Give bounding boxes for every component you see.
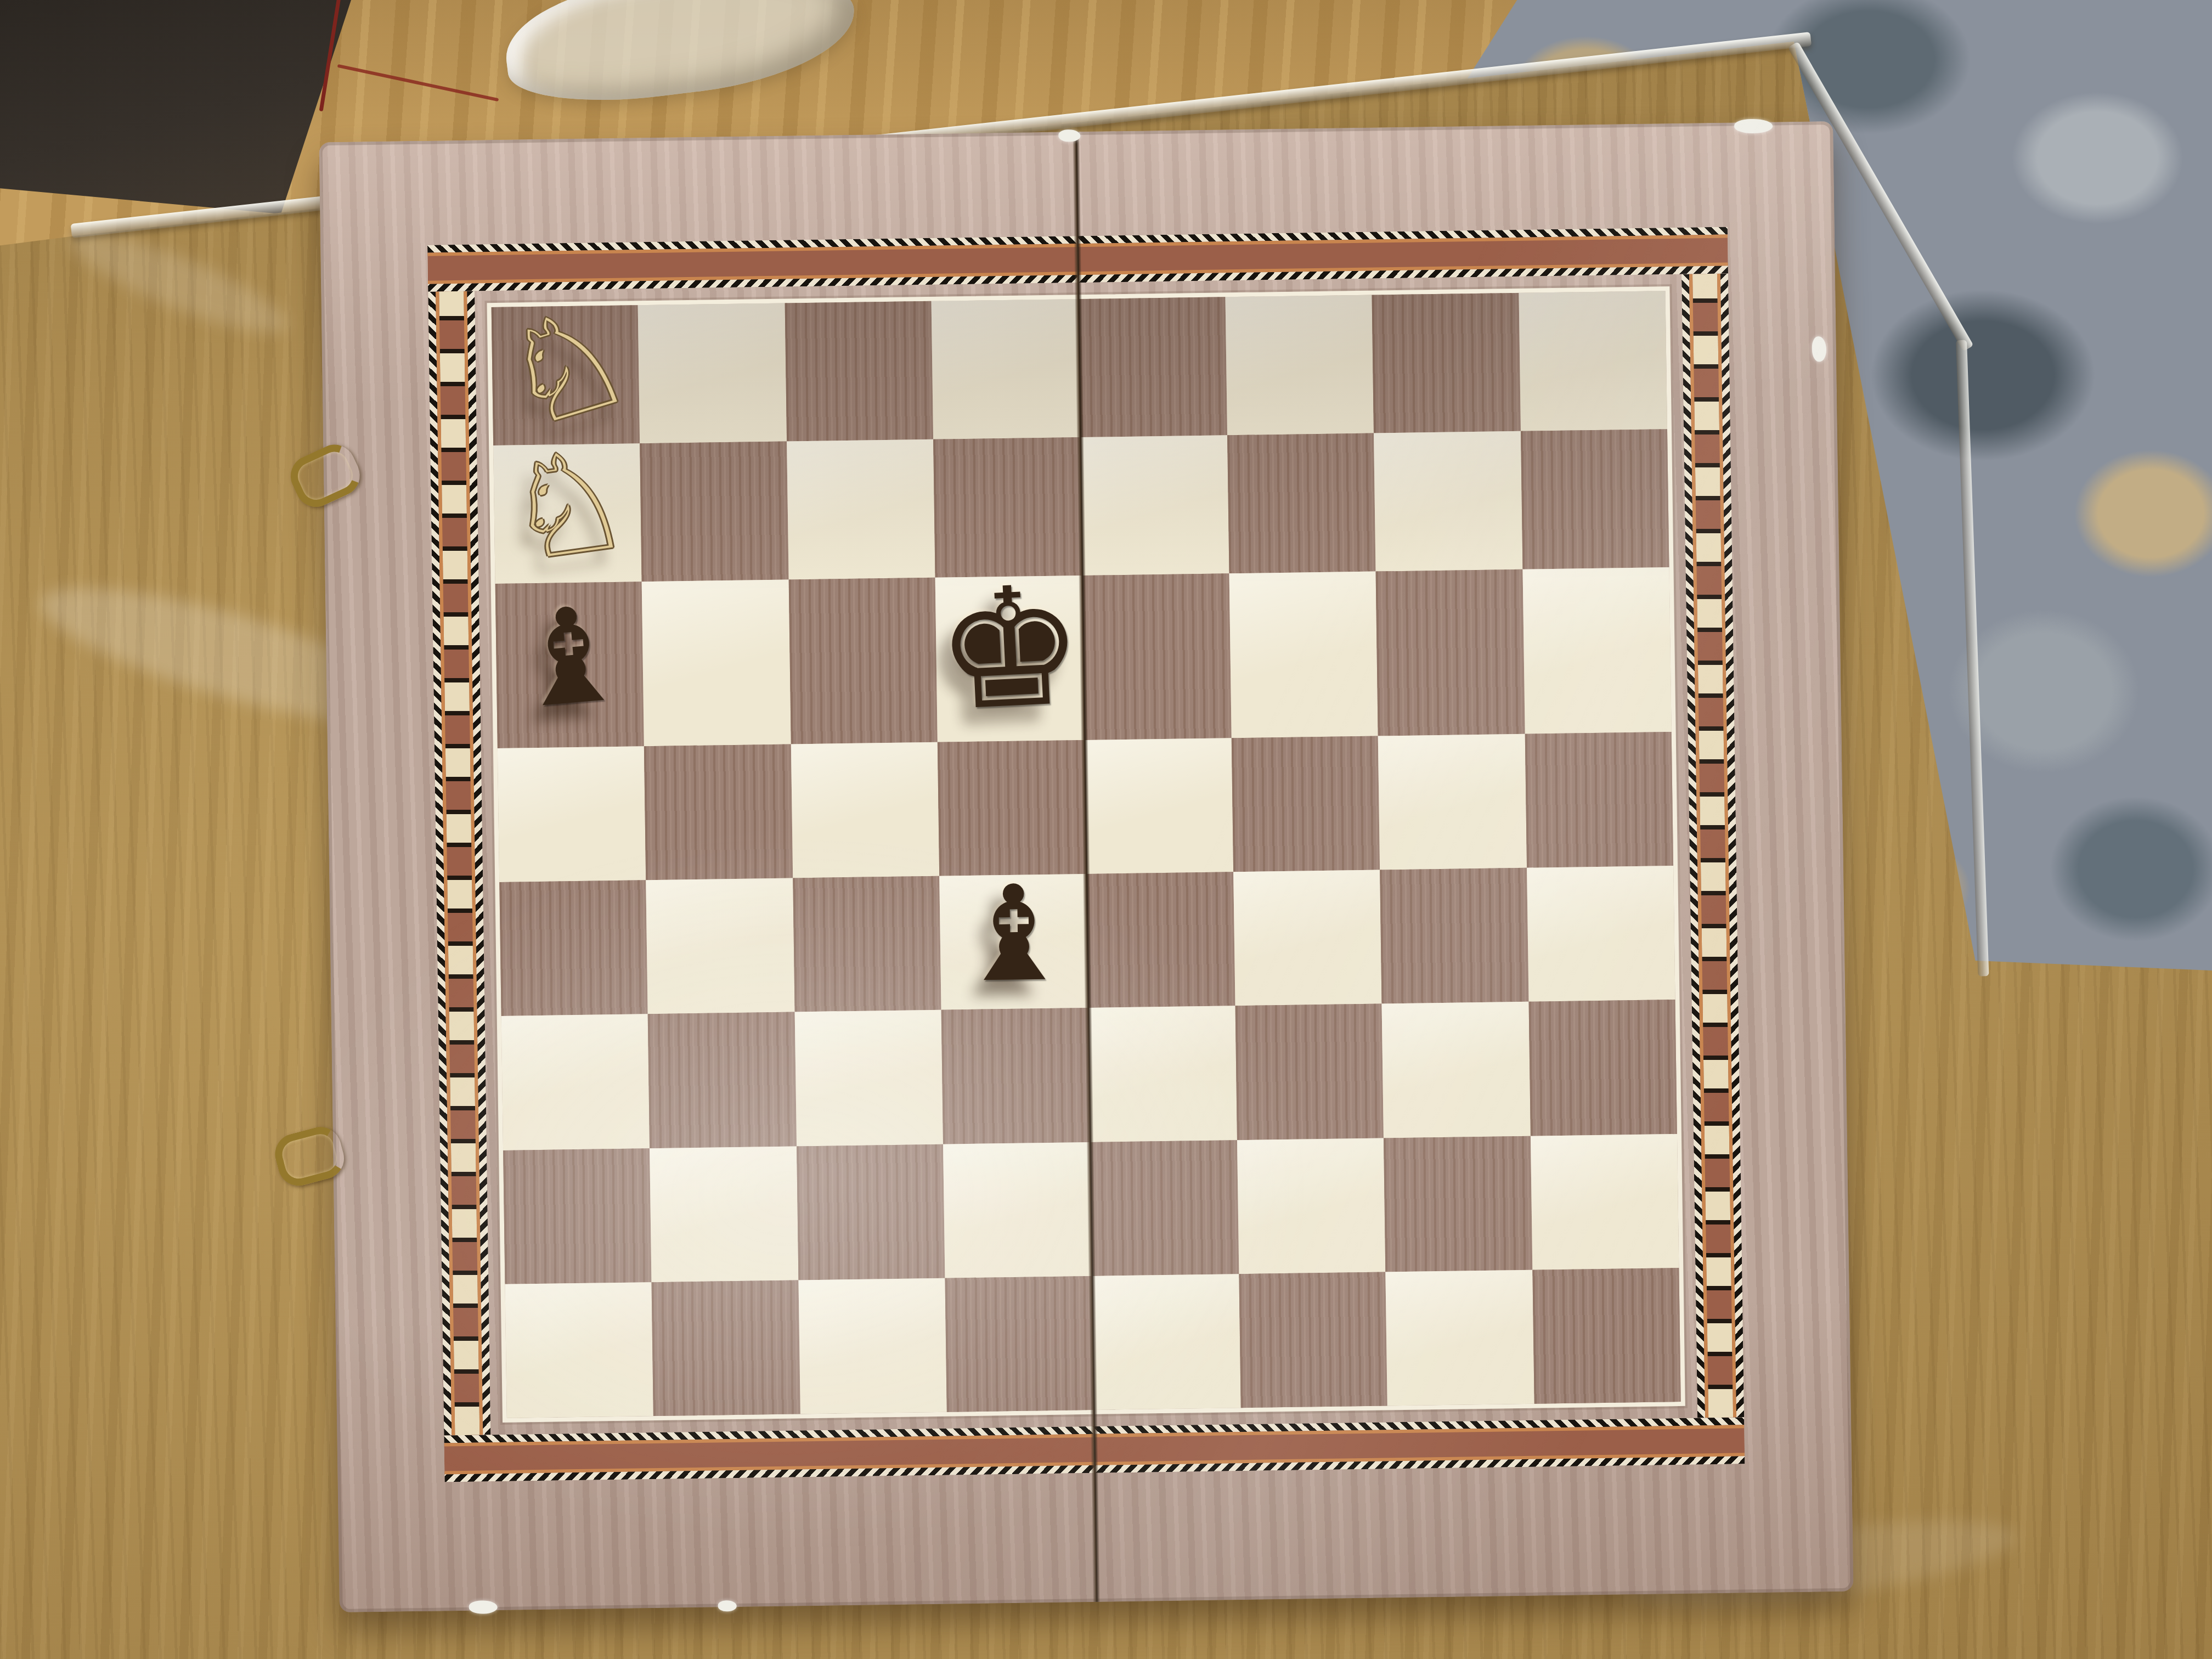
square-g3[interactable] — [1382, 1002, 1531, 1138]
square-c7[interactable] — [787, 439, 935, 580]
wear-chip — [469, 1600, 498, 1614]
square-c6[interactable] — [788, 578, 937, 744]
square-h8[interactable] — [1519, 291, 1667, 431]
square-g1[interactable] — [1386, 1270, 1534, 1406]
square-a1[interactable] — [505, 1282, 654, 1418]
chess-board: ♘♘♝♚♝ — [319, 121, 1853, 1612]
square-e5[interactable] — [1085, 738, 1234, 874]
square-d1[interactable] — [945, 1276, 1094, 1412]
square-f7[interactable] — [1227, 433, 1376, 574]
piece-white-knight-a7[interactable]: ♘ — [496, 428, 638, 582]
square-h3[interactable] — [1528, 1000, 1677, 1136]
piece-black-bishop-d4[interactable]: ♝ — [954, 867, 1074, 1001]
square-a4[interactable] — [499, 880, 648, 1016]
square-d2[interactable] — [943, 1142, 1092, 1278]
square-e1[interactable] — [1092, 1274, 1241, 1410]
wear-chip — [718, 1600, 737, 1611]
square-d3[interactable] — [941, 1008, 1090, 1144]
square-b8[interactable] — [638, 303, 787, 444]
square-a5[interactable] — [498, 746, 646, 882]
square-a7[interactable]: ♘ — [493, 443, 642, 584]
square-h6[interactable] — [1522, 567, 1671, 734]
square-c4[interactable] — [793, 876, 941, 1012]
square-g8[interactable] — [1372, 293, 1521, 433]
square-c2[interactable] — [797, 1144, 945, 1280]
square-g5[interactable] — [1378, 734, 1527, 870]
square-b6[interactable] — [642, 580, 791, 747]
square-f8[interactable] — [1226, 295, 1374, 436]
square-b5[interactable] — [644, 744, 793, 880]
square-d4[interactable]: ♝ — [939, 874, 1088, 1010]
square-c8[interactable] — [785, 301, 933, 442]
square-b2[interactable] — [650, 1146, 798, 1282]
square-g2[interactable] — [1384, 1136, 1532, 1272]
wear-chip — [1058, 129, 1080, 142]
square-h1[interactable] — [1532, 1268, 1681, 1404]
wear-chip — [1812, 336, 1827, 362]
square-b1[interactable] — [652, 1280, 800, 1416]
square-g7[interactable] — [1374, 431, 1522, 572]
square-a3[interactable] — [501, 1014, 650, 1150]
square-g6[interactable] — [1376, 569, 1525, 736]
square-c5[interactable] — [791, 742, 939, 878]
square-c3[interactable] — [794, 1010, 943, 1146]
square-c1[interactable] — [798, 1278, 947, 1414]
wear-chip — [1734, 119, 1773, 133]
square-f2[interactable] — [1237, 1138, 1386, 1274]
square-h4[interactable] — [1527, 866, 1675, 1002]
square-e8[interactable] — [1079, 297, 1227, 437]
square-f6[interactable] — [1229, 572, 1378, 738]
photo-scene: Folding wooden chess board photographed … — [0, 0, 2212, 1659]
square-h2[interactable] — [1531, 1134, 1679, 1270]
square-f4[interactable] — [1233, 870, 1382, 1006]
piece-black-king-d6[interactable]: ♚ — [932, 563, 1087, 735]
square-g4[interactable] — [1380, 868, 1529, 1004]
square-h7[interactable] — [1521, 429, 1669, 569]
square-b7[interactable] — [640, 442, 788, 582]
mosaic-border-right — [1681, 274, 1744, 1418]
square-a2[interactable] — [503, 1148, 652, 1284]
square-f5[interactable] — [1232, 736, 1380, 872]
square-h5[interactable] — [1525, 732, 1673, 868]
square-f1[interactable] — [1239, 1272, 1387, 1408]
square-e7[interactable] — [1081, 435, 1229, 575]
square-b4[interactable] — [646, 878, 795, 1014]
square-d8[interactable] — [931, 299, 1080, 439]
square-d5[interactable] — [938, 740, 1087, 876]
piece-black-bishop-a6[interactable]: ♝ — [505, 586, 634, 727]
square-e2[interactable] — [1091, 1140, 1239, 1276]
square-f3[interactable] — [1235, 1004, 1384, 1140]
mosaic-border-left — [428, 291, 490, 1435]
square-b3[interactable] — [648, 1012, 797, 1148]
square-e6[interactable] — [1082, 573, 1231, 740]
square-e3[interactable] — [1088, 1006, 1237, 1142]
square-a6[interactable]: ♝ — [495, 582, 644, 748]
square-d6[interactable]: ♚ — [935, 575, 1085, 742]
square-e4[interactable] — [1087, 872, 1235, 1008]
